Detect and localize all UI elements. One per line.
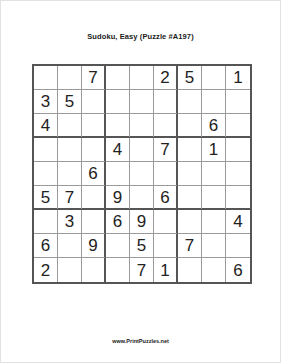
cell-r9c5[interactable]: 7 — [130, 258, 154, 282]
cell-r9c4[interactable] — [106, 258, 130, 282]
cell-r2c9[interactable] — [226, 90, 250, 114]
cell-r3c8[interactable]: 6 — [202, 114, 226, 138]
cell-r9c3[interactable] — [82, 258, 106, 282]
cell-r3c2[interactable] — [58, 114, 82, 138]
cell-r4c4[interactable]: 4 — [106, 138, 130, 162]
cell-r7c3[interactable] — [82, 210, 106, 234]
cell-r1c5[interactable] — [130, 66, 154, 90]
cell-r4c7[interactable] — [178, 138, 202, 162]
cell-r6c9[interactable] — [226, 186, 250, 210]
cell-r4c8[interactable]: 1 — [202, 138, 226, 162]
cell-r4c5[interactable] — [130, 138, 154, 162]
cell-r7c5[interactable]: 9 — [130, 210, 154, 234]
cell-r6c3[interactable] — [82, 186, 106, 210]
cell-r1c6[interactable]: 2 — [154, 66, 178, 90]
cell-r5c9[interactable] — [226, 162, 250, 186]
cell-r6c5[interactable] — [130, 186, 154, 210]
cell-r3c9[interactable] — [226, 114, 250, 138]
cell-r8c7[interactable]: 7 — [178, 234, 202, 258]
cell-r7c2[interactable]: 3 — [58, 210, 82, 234]
cell-r9c9[interactable]: 6 — [226, 258, 250, 282]
cell-r4c2[interactable] — [58, 138, 82, 162]
cell-r7c7[interactable] — [178, 210, 202, 234]
cell-r2c5[interactable] — [130, 90, 154, 114]
cell-r5c3[interactable]: 6 — [82, 162, 106, 186]
cell-r6c1[interactable]: 5 — [34, 186, 58, 210]
cell-r3c7[interactable] — [178, 114, 202, 138]
cell-r5c4[interactable] — [106, 162, 130, 186]
cell-r3c6[interactable] — [154, 114, 178, 138]
cell-r1c8[interactable] — [202, 66, 226, 90]
cell-r7c4[interactable]: 6 — [106, 210, 130, 234]
cell-r4c1[interactable] — [34, 138, 58, 162]
footer-url: www.PrintPuzzles.net — [1, 338, 280, 344]
cell-r5c1[interactable] — [34, 162, 58, 186]
cell-r3c5[interactable] — [130, 114, 154, 138]
cell-r1c3[interactable]: 7 — [82, 66, 106, 90]
cell-r1c9[interactable]: 1 — [226, 66, 250, 90]
cell-r2c1[interactable]: 3 — [34, 90, 58, 114]
cell-r9c6[interactable]: 1 — [154, 258, 178, 282]
sudoku-board: 7251354647165796369469572716 — [32, 64, 252, 284]
cell-r2c6[interactable] — [154, 90, 178, 114]
cell-r5c5[interactable] — [130, 162, 154, 186]
cell-r8c1[interactable]: 6 — [34, 234, 58, 258]
cell-r7c9[interactable]: 4 — [226, 210, 250, 234]
cell-r8c9[interactable] — [226, 234, 250, 258]
cell-r8c6[interactable] — [154, 234, 178, 258]
cell-r7c6[interactable] — [154, 210, 178, 234]
cell-r1c2[interactable] — [58, 66, 82, 90]
cell-r7c1[interactable] — [34, 210, 58, 234]
cell-r8c8[interactable] — [202, 234, 226, 258]
cell-r5c2[interactable] — [58, 162, 82, 186]
cell-r8c3[interactable]: 9 — [82, 234, 106, 258]
cell-r1c1[interactable] — [34, 66, 58, 90]
cell-r6c8[interactable] — [202, 186, 226, 210]
cell-r6c6[interactable]: 6 — [154, 186, 178, 210]
cell-r9c7[interactable] — [178, 258, 202, 282]
cell-r9c8[interactable] — [202, 258, 226, 282]
puzzle-title: Sudoku, Easy (Puzzle #A197) — [1, 32, 280, 41]
cell-r9c2[interactable] — [58, 258, 82, 282]
cell-r2c8[interactable] — [202, 90, 226, 114]
cell-r6c2[interactable]: 7 — [58, 186, 82, 210]
cell-r6c4[interactable]: 9 — [106, 186, 130, 210]
cell-r8c5[interactable]: 5 — [130, 234, 154, 258]
cell-r3c1[interactable]: 4 — [34, 114, 58, 138]
cell-r4c3[interactable] — [82, 138, 106, 162]
cell-r7c8[interactable] — [202, 210, 226, 234]
cell-r2c3[interactable] — [82, 90, 106, 114]
cell-r4c9[interactable] — [226, 138, 250, 162]
cell-r2c4[interactable] — [106, 90, 130, 114]
cell-r2c2[interactable]: 5 — [58, 90, 82, 114]
cell-r8c2[interactable] — [58, 234, 82, 258]
cell-r1c4[interactable] — [106, 66, 130, 90]
cell-r6c7[interactable] — [178, 186, 202, 210]
cell-r9c1[interactable]: 2 — [34, 258, 58, 282]
cell-r1c7[interactable]: 5 — [178, 66, 202, 90]
cell-r5c8[interactable] — [202, 162, 226, 186]
cell-r5c7[interactable] — [178, 162, 202, 186]
cell-r2c7[interactable] — [178, 90, 202, 114]
cell-r4c6[interactable]: 7 — [154, 138, 178, 162]
cell-r5c6[interactable] — [154, 162, 178, 186]
cell-r8c4[interactable] — [106, 234, 130, 258]
cell-r3c4[interactable] — [106, 114, 130, 138]
puzzle-page: Sudoku, Easy (Puzzle #A197) 725135464716… — [0, 0, 281, 363]
cell-r3c3[interactable] — [82, 114, 106, 138]
